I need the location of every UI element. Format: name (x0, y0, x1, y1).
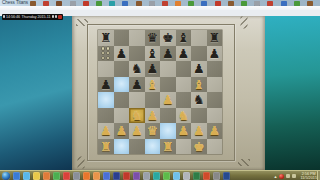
piece-black-pawn-d6[interactable]: ♟ (145, 61, 161, 77)
square-e5[interactable] (160, 77, 176, 93)
square-e3[interactable] (160, 108, 176, 124)
corner-decoration-icon (241, 16, 248, 28)
taskbar-app-icon[interactable] (83, 172, 90, 179)
clock-date: 11/5/2015 (300, 176, 317, 180)
square-d8[interactable]: ♛ (145, 30, 161, 46)
square-a8[interactable]: ♜ (98, 30, 114, 46)
square-a1[interactable]: ♜ (98, 139, 114, 155)
square-d7[interactable]: ♝ (145, 46, 161, 62)
tray-icon[interactable] (286, 174, 290, 178)
square-h1[interactable] (207, 139, 223, 155)
piece-black-knight-c6[interactable]: ♞ (129, 61, 145, 77)
recorder-time: 14:56:46 (6, 15, 20, 19)
square-c4[interactable] (129, 92, 145, 108)
square-g4[interactable]: ♞ (191, 92, 207, 108)
piece-black-pawn-a5[interactable]: ♟ (98, 77, 114, 93)
square-h6[interactable] (207, 61, 223, 77)
taskbar-app-icon[interactable] (183, 172, 190, 179)
taskbar-app-icon[interactable] (23, 172, 30, 179)
chess-board: ♜♛♚♝♜♟♝♟♟♟♞♟♟♟♟♝♝♟♞♞♟♞♟♟♟♛♟♟♟♜♜♚ (98, 30, 222, 154)
square-a2[interactable]: ♟ (98, 123, 114, 139)
piece-white-king-g1[interactable]: ♚ (191, 139, 207, 155)
piece-white-pawn-h2[interactable]: ♟ (207, 123, 223, 139)
square-f3[interactable]: ♞ (176, 108, 192, 124)
square-d1[interactable] (145, 139, 161, 155)
taskbar-app-icon[interactable] (33, 172, 40, 179)
taskbar-app-icon[interactable] (143, 172, 150, 179)
square-c3[interactable]: ♞ (129, 108, 145, 124)
record-button[interactable] (58, 15, 62, 19)
square-c2[interactable]: ♟ (129, 123, 145, 139)
piece-white-knight-f3[interactable]: ♞ (176, 108, 192, 124)
square-b6[interactable] (114, 61, 130, 77)
piece-white-pawn-f2[interactable]: ♟ (176, 123, 192, 139)
square-b1[interactable] (114, 139, 130, 155)
square-a5[interactable]: ♟ (98, 77, 114, 93)
taskbar-app-icon[interactable] (163, 172, 170, 179)
square-d4[interactable] (145, 92, 161, 108)
square-f8[interactable]: ♝ (176, 30, 192, 46)
tray-recorder-icon[interactable] (279, 174, 284, 179)
taskbar-app-icon[interactable] (193, 172, 200, 179)
square-g2[interactable]: ♟ (191, 123, 207, 139)
square-f5[interactable] (176, 77, 192, 93)
square-c6[interactable]: ♞ (129, 61, 145, 77)
desktop-background-left (0, 16, 72, 171)
square-d6[interactable]: ♟ (145, 61, 161, 77)
taskbar-app-icon[interactable] (173, 172, 180, 179)
recorder-mic-icon[interactable] (55, 15, 57, 18)
window-title: Chess Titans (2, 0, 28, 5)
square-g3[interactable] (191, 108, 207, 124)
piece-black-bishop-d7[interactable]: ♝ (145, 46, 161, 62)
square-a4[interactable] (98, 92, 114, 108)
square-b7[interactable]: ♟ (114, 46, 130, 62)
square-e2[interactable] (160, 123, 176, 139)
tray-expand-icon[interactable]: ▲ (273, 174, 277, 179)
recorder-settings-icon[interactable] (52, 15, 54, 18)
tray-icon[interactable] (292, 174, 296, 178)
piece-black-pawn-g6[interactable]: ♟ (191, 61, 207, 77)
desktop-background-right (265, 16, 320, 171)
square-f4[interactable] (176, 92, 192, 108)
taskbar-app-icon[interactable] (223, 172, 230, 179)
piece-white-pawn-b2[interactable]: ♟ (114, 123, 130, 139)
square-c7[interactable] (129, 46, 145, 62)
square-b2[interactable]: ♟ (114, 123, 130, 139)
square-h7[interactable]: ♟ (207, 46, 223, 62)
square-d3[interactable]: ♟ (145, 108, 161, 124)
taskbar-app-icon[interactable] (123, 172, 130, 179)
square-f7[interactable]: ♟ (176, 46, 192, 62)
recorder-date: Thursday 2015-11 (22, 15, 51, 19)
piece-black-queen-d8[interactable]: ♛ (145, 30, 161, 46)
square-e6[interactable] (160, 61, 176, 77)
taskbar-app-icon[interactable] (13, 172, 20, 179)
square-a3[interactable] (98, 108, 114, 124)
square-e7[interactable]: ♟ (160, 46, 176, 62)
square-g1[interactable]: ♚ (191, 139, 207, 155)
start-button[interactable] (2, 172, 10, 180)
piece-black-king-e8[interactable]: ♚ (160, 30, 176, 46)
square-b8[interactable] (114, 30, 130, 46)
move-marker-dots (98, 46, 114, 62)
piece-black-pawn-f7[interactable]: ♟ (176, 46, 192, 62)
piece-white-rook-e1[interactable]: ♜ (160, 139, 176, 155)
square-h8[interactable]: ♜ (207, 30, 223, 46)
piece-black-pawn-b7[interactable]: ♟ (114, 46, 130, 62)
square-d2[interactable]: ♛ (145, 123, 161, 139)
square-g6[interactable]: ♟ (191, 61, 207, 77)
taskbar-app-icon[interactable] (133, 172, 140, 179)
piece-black-pawn-e7[interactable]: ♟ (160, 46, 176, 62)
taskbar-app-icon[interactable] (63, 172, 70, 179)
square-f1[interactable] (176, 139, 192, 155)
corner-decoration-icon (76, 19, 88, 26)
square-b5[interactable] (114, 77, 130, 93)
taskbar-app-icon[interactable] (93, 172, 100, 179)
piece-white-rook-a1[interactable]: ♜ (98, 139, 114, 155)
piece-white-pawn-a2[interactable]: ♟ (98, 123, 114, 139)
taskbar-app-icon[interactable] (43, 172, 50, 179)
piece-white-bishop-g5[interactable]: ♝ (191, 77, 207, 93)
square-h2[interactable]: ♟ (207, 123, 223, 139)
square-c5[interactable]: ♟ (129, 77, 145, 93)
corner-decoration-icon (78, 156, 85, 168)
square-a7[interactable] (98, 46, 114, 62)
square-e4[interactable]: ♟ (160, 92, 176, 108)
square-g7[interactable] (191, 46, 207, 62)
square-h5[interactable] (207, 77, 223, 93)
square-e8[interactable]: ♚ (160, 30, 176, 46)
taskbar: ▲ 2:56 PM 11/5/2015 (0, 170, 320, 180)
square-e1[interactable]: ♜ (160, 139, 176, 155)
piece-white-pawn-c2[interactable]: ♟ (129, 123, 145, 139)
square-g8[interactable] (191, 30, 207, 46)
square-c1[interactable] (129, 139, 145, 155)
taskbar-clock[interactable]: 2:56 PM 11/5/2015 (300, 172, 317, 180)
piece-black-pawn-c5[interactable]: ♟ (129, 77, 145, 93)
square-d5[interactable]: ♝ (145, 77, 161, 93)
piece-white-queen-d2[interactable]: ♛ (145, 123, 161, 139)
square-h4[interactable] (207, 92, 223, 108)
piece-black-rook-h8[interactable]: ♜ (207, 30, 223, 46)
taskbar-app-icon[interactable] (153, 172, 160, 179)
piece-black-knight-g4[interactable]: ♞ (191, 92, 207, 108)
piece-white-pawn-d3[interactable]: ♟ (145, 108, 161, 124)
square-h3[interactable] (207, 108, 223, 124)
piece-black-rook-a8[interactable]: ♜ (98, 30, 114, 46)
piece-white-pawn-g2[interactable]: ♟ (191, 123, 207, 139)
taskbar-app-icon[interactable] (73, 172, 80, 179)
square-f2[interactable]: ♟ (176, 123, 192, 139)
piece-white-pawn-e4[interactable]: ♟ (160, 92, 176, 108)
taskbar-app-icon[interactable] (203, 172, 210, 179)
piece-black-bishop-f8[interactable]: ♝ (176, 30, 192, 46)
taskbar-app-icon[interactable] (103, 172, 110, 179)
taskbar-icon-row (13, 172, 230, 179)
square-f6[interactable] (176, 61, 192, 77)
square-b3[interactable] (114, 108, 130, 124)
chess-scene: ♜♛♚♝♜♟♝♟♟♟♞♟♟♟♟♝♝♟♞♞♟♞♟♟♟♛♟♟♟♜♜♚ (72, 16, 265, 171)
show-desktop-button[interactable] (317, 171, 320, 180)
piece-white-bishop-d5[interactable]: ♝ (145, 77, 161, 93)
square-g5[interactable]: ♝ (191, 77, 207, 93)
square-b4[interactable] (114, 92, 130, 108)
screen: Chess Titans Game Help ♜♛♚♝♜♟♝♟♟♟♞♟♟♟♟♝♝… (0, 0, 320, 180)
taskbar-app-icon[interactable] (213, 172, 220, 179)
taskbar-app-icon[interactable] (113, 172, 120, 179)
system-tray: ▲ 2:56 PM 11/5/2015 (273, 171, 317, 180)
recorder-icon[interactable] (3, 15, 5, 18)
screen-recorder-bar: 14:56:46 Thursday 2015-11 (2, 14, 63, 20)
square-c8[interactable] (129, 30, 145, 46)
corner-decoration-icon (238, 159, 250, 166)
piece-white-knight-c3[interactable]: ♞ (129, 108, 145, 124)
taskbar-app-icon[interactable] (53, 172, 60, 179)
square-a6[interactable] (98, 61, 114, 77)
piece-black-pawn-h7[interactable]: ♟ (207, 46, 223, 62)
